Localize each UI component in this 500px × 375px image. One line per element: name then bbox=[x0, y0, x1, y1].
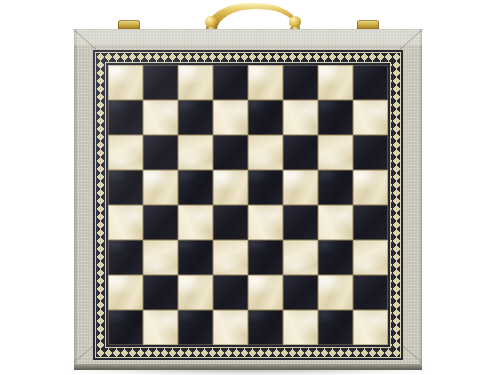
square-f2 bbox=[283, 275, 318, 310]
square-h8 bbox=[353, 65, 388, 100]
square-c1 bbox=[178, 310, 213, 345]
square-d2 bbox=[213, 275, 248, 310]
square-d5 bbox=[213, 170, 248, 205]
square-g6 bbox=[318, 135, 353, 170]
square-g8 bbox=[318, 65, 353, 100]
square-h1 bbox=[353, 310, 388, 345]
miter-seam bbox=[73, 29, 96, 50]
square-c2 bbox=[178, 275, 213, 310]
square-f5 bbox=[283, 170, 318, 205]
square-a2 bbox=[108, 275, 143, 310]
chessboard bbox=[108, 65, 388, 345]
chess-case bbox=[74, 29, 422, 370]
square-d3 bbox=[213, 240, 248, 275]
square-a6 bbox=[108, 135, 143, 170]
square-f6 bbox=[283, 135, 318, 170]
square-c3 bbox=[178, 240, 213, 275]
square-a3 bbox=[108, 240, 143, 275]
square-c7 bbox=[178, 100, 213, 135]
square-e4 bbox=[248, 205, 283, 240]
square-d1 bbox=[213, 310, 248, 345]
square-a8 bbox=[108, 65, 143, 100]
square-h7 bbox=[353, 100, 388, 135]
square-b5 bbox=[143, 170, 178, 205]
diamond-inlay-border bbox=[95, 52, 401, 358]
square-f4 bbox=[283, 205, 318, 240]
product-photo bbox=[0, 0, 500, 375]
square-a5 bbox=[108, 170, 143, 205]
square-d7 bbox=[213, 100, 248, 135]
square-h2 bbox=[353, 275, 388, 310]
case-bottom-edge bbox=[74, 364, 422, 370]
inner-pinstripe bbox=[105, 62, 391, 348]
square-d8 bbox=[213, 65, 248, 100]
square-g1 bbox=[318, 310, 353, 345]
square-e5 bbox=[248, 170, 283, 205]
miter-seam bbox=[400, 29, 423, 50]
square-b1 bbox=[143, 310, 178, 345]
square-h6 bbox=[353, 135, 388, 170]
square-e6 bbox=[248, 135, 283, 170]
square-g5 bbox=[318, 170, 353, 205]
square-f7 bbox=[283, 100, 318, 135]
square-c5 bbox=[178, 170, 213, 205]
square-e2 bbox=[248, 275, 283, 310]
board-frame bbox=[93, 50, 403, 360]
square-b7 bbox=[143, 100, 178, 135]
square-h4 bbox=[353, 205, 388, 240]
square-b4 bbox=[143, 205, 178, 240]
handle-arch bbox=[206, 3, 300, 30]
square-e7 bbox=[248, 100, 283, 135]
square-h3 bbox=[353, 240, 388, 275]
square-g4 bbox=[318, 205, 353, 240]
square-e3 bbox=[248, 240, 283, 275]
square-b3 bbox=[143, 240, 178, 275]
square-d4 bbox=[213, 205, 248, 240]
square-f1 bbox=[283, 310, 318, 345]
square-h5 bbox=[353, 170, 388, 205]
square-b8 bbox=[143, 65, 178, 100]
square-b2 bbox=[143, 275, 178, 310]
square-g2 bbox=[318, 275, 353, 310]
square-c4 bbox=[178, 205, 213, 240]
square-g3 bbox=[318, 240, 353, 275]
square-b6 bbox=[143, 135, 178, 170]
square-f3 bbox=[283, 240, 318, 275]
square-a1 bbox=[108, 310, 143, 345]
square-e8 bbox=[248, 65, 283, 100]
square-d6 bbox=[213, 135, 248, 170]
square-g7 bbox=[318, 100, 353, 135]
square-e1 bbox=[248, 310, 283, 345]
square-c8 bbox=[178, 65, 213, 100]
square-a4 bbox=[108, 205, 143, 240]
square-c6 bbox=[178, 135, 213, 170]
square-a7 bbox=[108, 100, 143, 135]
square-f8 bbox=[283, 65, 318, 100]
handle-hollow bbox=[217, 9, 297, 30]
